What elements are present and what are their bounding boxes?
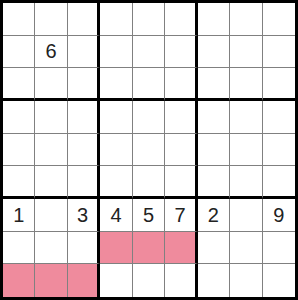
cell-r7c6[interactable]: 7	[165, 199, 197, 232]
cell-r5c8[interactable]	[230, 134, 262, 167]
cell-r9c2[interactable]	[35, 264, 67, 297]
cell-r6c2[interactable]	[35, 166, 67, 199]
cell-r9c6[interactable]	[165, 264, 197, 297]
cell-r8c1[interactable]	[3, 232, 35, 265]
cell-r3c4[interactable]	[100, 68, 132, 101]
cell-r2c5[interactable]	[133, 36, 165, 69]
cell-r3c1[interactable]	[3, 68, 35, 101]
cell-r2c8[interactable]	[230, 36, 262, 69]
cell-r1c1[interactable]	[3, 3, 35, 36]
cell-r4c3[interactable]	[68, 101, 100, 134]
cell-r6c3[interactable]	[68, 166, 100, 199]
cell-r9c4[interactable]	[100, 264, 132, 297]
cell-r8c6[interactable]	[165, 232, 197, 265]
cell-r4c8[interactable]	[230, 101, 262, 134]
cell-r3c8[interactable]	[230, 68, 262, 101]
cell-r1c6[interactable]	[165, 3, 197, 36]
cell-r1c8[interactable]	[230, 3, 262, 36]
cell-r4c1[interactable]	[3, 101, 35, 134]
cell-r2c3[interactable]	[68, 36, 100, 69]
cell-r1c3[interactable]	[68, 3, 100, 36]
cell-r3c5[interactable]	[133, 68, 165, 101]
cell-r5c4[interactable]	[100, 134, 132, 167]
cell-r9c9[interactable]	[263, 264, 295, 297]
cell-r6c7[interactable]	[198, 166, 230, 199]
cell-r4c7[interactable]	[198, 101, 230, 134]
cell-r6c8[interactable]	[230, 166, 262, 199]
cell-r6c5[interactable]	[133, 166, 165, 199]
cell-r8c2[interactable]	[35, 232, 67, 265]
cell-r5c2[interactable]	[35, 134, 67, 167]
cell-r7c5[interactable]: 5	[133, 199, 165, 232]
cell-r5c6[interactable]	[165, 134, 197, 167]
cell-r8c3[interactable]	[68, 232, 100, 265]
cell-r9c7[interactable]	[198, 264, 230, 297]
cell-r6c1[interactable]	[3, 166, 35, 199]
cell-r2c9[interactable]	[263, 36, 295, 69]
cell-r4c4[interactable]	[100, 101, 132, 134]
cell-r8c5[interactable]	[133, 232, 165, 265]
cell-r2c1[interactable]	[3, 36, 35, 69]
cell-r7c1[interactable]: 1	[3, 199, 35, 232]
cell-r1c5[interactable]	[133, 3, 165, 36]
cell-r3c3[interactable]	[68, 68, 100, 101]
cell-r5c7[interactable]	[198, 134, 230, 167]
cell-r8c9[interactable]	[263, 232, 295, 265]
cell-r7c2[interactable]	[35, 199, 67, 232]
cell-r8c4[interactable]	[100, 232, 132, 265]
cell-r4c2[interactable]	[35, 101, 67, 134]
cell-r9c8[interactable]	[230, 264, 262, 297]
cell-r6c4[interactable]	[100, 166, 132, 199]
cell-r3c7[interactable]	[198, 68, 230, 101]
cell-r5c3[interactable]	[68, 134, 100, 167]
cell-r4c9[interactable]	[263, 101, 295, 134]
cell-r7c8[interactable]	[230, 199, 262, 232]
cell-r6c6[interactable]	[165, 166, 197, 199]
cell-r8c8[interactable]	[230, 232, 262, 265]
cell-r9c1[interactable]	[3, 264, 35, 297]
cell-r9c5[interactable]	[133, 264, 165, 297]
cell-r7c3[interactable]: 3	[68, 199, 100, 232]
cell-r1c2[interactable]	[35, 3, 67, 36]
cell-r3c2[interactable]	[35, 68, 67, 101]
cell-r5c1[interactable]	[3, 134, 35, 167]
cell-r7c9[interactable]: 9	[263, 199, 295, 232]
cell-r2c7[interactable]	[198, 36, 230, 69]
cell-r9c3[interactable]	[68, 264, 100, 297]
cell-r2c2[interactable]: 6	[35, 36, 67, 69]
sudoku-board: 61345729	[0, 0, 298, 300]
cell-r5c9[interactable]	[263, 134, 295, 167]
cell-r2c6[interactable]	[165, 36, 197, 69]
cell-r4c6[interactable]	[165, 101, 197, 134]
cell-r7c4[interactable]: 4	[100, 199, 132, 232]
cell-r2c4[interactable]	[100, 36, 132, 69]
cell-r1c4[interactable]	[100, 3, 132, 36]
cell-r8c7[interactable]	[198, 232, 230, 265]
cell-r3c9[interactable]	[263, 68, 295, 101]
cell-r1c9[interactable]	[263, 3, 295, 36]
cell-r7c7[interactable]: 2	[198, 199, 230, 232]
cell-r4c5[interactable]	[133, 101, 165, 134]
cell-r5c5[interactable]	[133, 134, 165, 167]
cell-r1c7[interactable]	[198, 3, 230, 36]
cell-r6c9[interactable]	[263, 166, 295, 199]
cell-r3c6[interactable]	[165, 68, 197, 101]
